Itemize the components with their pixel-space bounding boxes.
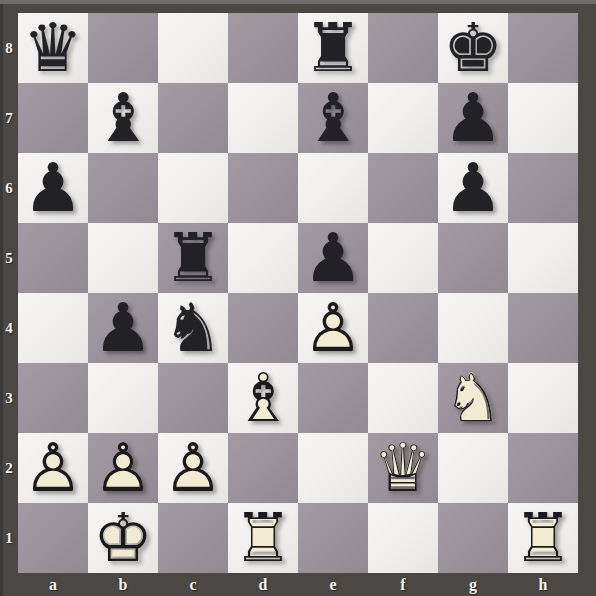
- file-label-c: c: [158, 573, 228, 596]
- square-g3[interactable]: ♞♘: [438, 363, 508, 433]
- square-e4[interactable]: ♟♙: [298, 293, 368, 363]
- square-d1[interactable]: ♜♖: [228, 503, 298, 573]
- square-c4[interactable]: ♞: [158, 293, 228, 363]
- rank-label-5: 5: [0, 223, 18, 293]
- square-d4[interactable]: [228, 293, 298, 363]
- piece-glyph-outline: ♙: [18, 433, 88, 503]
- square-h8[interactable]: [508, 13, 578, 83]
- file-label-g: g: [438, 573, 508, 596]
- piece-white-pawn-b2[interactable]: ♟♙: [88, 433, 158, 503]
- piece-glyph-fill: ♞: [158, 293, 228, 363]
- piece-glyph-fill: ♚: [438, 13, 508, 83]
- piece-glyph-outline: ♙: [88, 433, 158, 503]
- piece-glyph-outline: ♘: [438, 363, 508, 433]
- square-e6[interactable]: [298, 153, 368, 223]
- rank-label-1: 1: [0, 503, 18, 573]
- piece-white-king-b1[interactable]: ♚♔: [88, 503, 158, 573]
- file-label-e: e: [298, 573, 368, 596]
- piece-black-pawn-e5[interactable]: ♟: [298, 223, 368, 293]
- piece-glyph-outline: ♕: [368, 433, 438, 503]
- piece-glyph-fill: ♟: [88, 293, 158, 363]
- piece-black-knight-c4[interactable]: ♞: [158, 293, 228, 363]
- square-h4[interactable]: [508, 293, 578, 363]
- square-g2[interactable]: [438, 433, 508, 503]
- piece-black-pawn-b4[interactable]: ♟: [88, 293, 158, 363]
- piece-black-rook-e8[interactable]: ♜: [298, 13, 368, 83]
- piece-glyph-outline: ♗: [228, 363, 298, 433]
- piece-glyph-outline: ♙: [298, 293, 368, 363]
- square-h6[interactable]: [508, 153, 578, 223]
- square-c7[interactable]: [158, 83, 228, 153]
- piece-glyph-outline: ♖: [508, 503, 578, 573]
- rank-label-6: 6: [0, 153, 18, 223]
- piece-white-queen-f2[interactable]: ♛♕: [368, 433, 438, 503]
- piece-glyph-fill: ♜: [298, 13, 368, 83]
- file-label-f: f: [368, 573, 438, 596]
- square-f1[interactable]: [368, 503, 438, 573]
- piece-glyph-fill: ♟: [438, 153, 508, 223]
- rank-label-2: 2: [0, 433, 18, 503]
- piece-white-knight-g3[interactable]: ♞♘: [438, 363, 508, 433]
- file-label-h: h: [508, 573, 578, 596]
- file-label-b: b: [88, 573, 158, 596]
- piece-black-rook-c5[interactable]: ♜: [158, 223, 228, 293]
- square-f6[interactable]: [368, 153, 438, 223]
- piece-white-pawn-a2[interactable]: ♟♙: [18, 433, 88, 503]
- square-c5[interactable]: ♜: [158, 223, 228, 293]
- rank-label-7: 7: [0, 83, 18, 153]
- file-label-a: a: [18, 573, 88, 596]
- piece-black-pawn-g6[interactable]: ♟: [438, 153, 508, 223]
- square-h7[interactable]: [508, 83, 578, 153]
- square-a7[interactable]: [18, 83, 88, 153]
- piece-glyph-fill: ♟: [298, 223, 368, 293]
- square-a6[interactable]: ♟: [18, 153, 88, 223]
- piece-black-bishop-e7[interactable]: ♝: [298, 83, 368, 153]
- square-a2[interactable]: ♟♙: [18, 433, 88, 503]
- square-f8[interactable]: [368, 13, 438, 83]
- square-a8[interactable]: ♛: [18, 13, 88, 83]
- square-b7[interactable]: ♝: [88, 83, 158, 153]
- square-c3[interactable]: [158, 363, 228, 433]
- piece-glyph-fill: ♜: [158, 223, 228, 293]
- piece-black-bishop-b7[interactable]: ♝: [88, 83, 158, 153]
- piece-white-rook-h1[interactable]: ♜♖: [508, 503, 578, 573]
- square-h3[interactable]: [508, 363, 578, 433]
- square-f7[interactable]: [368, 83, 438, 153]
- square-c1[interactable]: [158, 503, 228, 573]
- square-g7[interactable]: ♟: [438, 83, 508, 153]
- square-e3[interactable]: [298, 363, 368, 433]
- square-e2[interactable]: [298, 433, 368, 503]
- square-a4[interactable]: [18, 293, 88, 363]
- square-h5[interactable]: [508, 223, 578, 293]
- square-d5[interactable]: [228, 223, 298, 293]
- square-e5[interactable]: ♟: [298, 223, 368, 293]
- rank-label-3: 3: [0, 363, 18, 433]
- file-label-d: d: [228, 573, 298, 596]
- piece-glyph-fill: ♝: [88, 83, 158, 153]
- square-h2[interactable]: [508, 433, 578, 503]
- piece-glyph-outline: ♔: [88, 503, 158, 573]
- piece-black-pawn-g7[interactable]: ♟: [438, 83, 508, 153]
- square-b4[interactable]: ♟: [88, 293, 158, 363]
- square-g1[interactable]: [438, 503, 508, 573]
- square-c6[interactable]: [158, 153, 228, 223]
- square-g6[interactable]: ♟: [438, 153, 508, 223]
- square-c2[interactable]: ♟♙: [158, 433, 228, 503]
- square-b5[interactable]: [88, 223, 158, 293]
- square-g8[interactable]: ♚: [438, 13, 508, 83]
- piece-glyph-fill: ♟: [438, 83, 508, 153]
- square-f4[interactable]: [368, 293, 438, 363]
- square-b6[interactable]: [88, 153, 158, 223]
- piece-black-pawn-a6[interactable]: ♟: [18, 153, 88, 223]
- piece-black-queen-a8[interactable]: ♛: [18, 13, 88, 83]
- piece-glyph-fill: ♛: [18, 13, 88, 83]
- square-d6[interactable]: [228, 153, 298, 223]
- piece-glyph-outline: ♖: [228, 503, 298, 573]
- square-e1[interactable]: [298, 503, 368, 573]
- piece-glyph-outline: ♙: [158, 433, 228, 503]
- square-b8[interactable]: [88, 13, 158, 83]
- square-c8[interactable]: [158, 13, 228, 83]
- square-d7[interactable]: [228, 83, 298, 153]
- square-g5[interactable]: [438, 223, 508, 293]
- square-a1[interactable]: [18, 503, 88, 573]
- square-b1[interactable]: ♚♔: [88, 503, 158, 573]
- square-h1[interactable]: ♜♖: [508, 503, 578, 573]
- square-d3[interactable]: ♝♗: [228, 363, 298, 433]
- piece-glyph-fill: ♟: [18, 153, 88, 223]
- square-f3[interactable]: [368, 363, 438, 433]
- chess-board: ♛♜♚♝♝♟♟♟♜♟♟♞♟♙♝♗♞♘♟♙♟♙♟♙♛♕♚♔♜♖♜♖: [18, 13, 578, 573]
- square-g4[interactable]: [438, 293, 508, 363]
- square-b3[interactable]: [88, 363, 158, 433]
- piece-black-king-g8[interactable]: ♚: [438, 13, 508, 83]
- square-d8[interactable]: [228, 13, 298, 83]
- piece-white-rook-d1[interactable]: ♜♖: [228, 503, 298, 573]
- piece-white-pawn-e4[interactable]: ♟♙: [298, 293, 368, 363]
- square-a3[interactable]: [18, 363, 88, 433]
- square-e7[interactable]: ♝: [298, 83, 368, 153]
- piece-glyph-fill: ♝: [298, 83, 368, 153]
- square-d2[interactable]: [228, 433, 298, 503]
- piece-white-bishop-d3[interactable]: ♝♗: [228, 363, 298, 433]
- square-e8[interactable]: ♜: [298, 13, 368, 83]
- square-b2[interactable]: ♟♙: [88, 433, 158, 503]
- rank-label-4: 4: [0, 293, 18, 363]
- square-f2[interactable]: ♛♕: [368, 433, 438, 503]
- piece-white-pawn-c2[interactable]: ♟♙: [158, 433, 228, 503]
- rank-label-8: 8: [0, 13, 18, 83]
- chess-board-frame: ♛♜♚♝♝♟♟♟♜♟♟♞♟♙♝♗♞♘♟♙♟♙♟♙♛♕♚♔♜♖♜♖ 8765432…: [0, 0, 596, 596]
- square-f5[interactable]: [368, 223, 438, 293]
- square-a5[interactable]: [18, 223, 88, 293]
